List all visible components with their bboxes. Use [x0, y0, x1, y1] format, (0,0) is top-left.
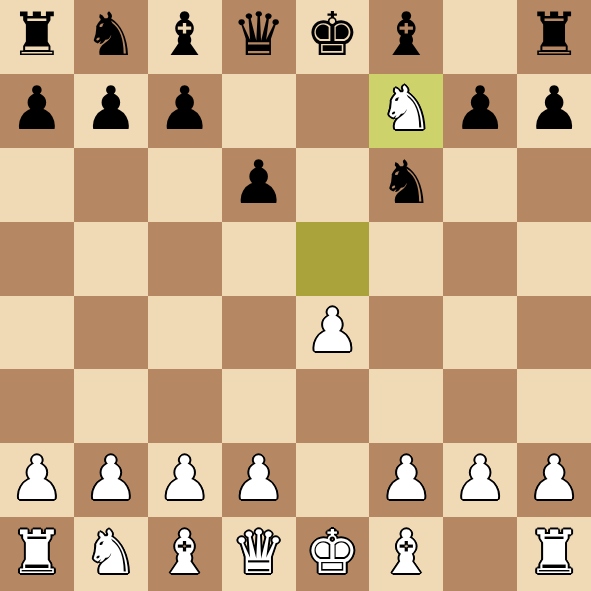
square-g8[interactable]	[443, 0, 517, 74]
square-a5[interactable]	[0, 222, 74, 296]
square-a3[interactable]	[0, 369, 74, 443]
square-h7[interactable]: ♟	[517, 74, 591, 148]
piece-white-pawn[interactable]: ♟	[527, 443, 581, 514]
square-f1[interactable]: ♝	[369, 517, 443, 591]
square-b2[interactable]: ♟	[74, 443, 148, 517]
piece-white-pawn[interactable]: ♟	[453, 443, 507, 514]
square-f8[interactable]: ♝	[369, 0, 443, 74]
square-c8[interactable]: ♝	[148, 0, 222, 74]
square-b5[interactable]	[74, 222, 148, 296]
square-h5[interactable]	[517, 222, 591, 296]
piece-black-bishop[interactable]: ♝	[158, 0, 212, 71]
square-b4[interactable]	[74, 296, 148, 370]
square-e5[interactable]	[296, 222, 370, 296]
square-g6[interactable]	[443, 148, 517, 222]
piece-white-pawn[interactable]: ♟	[232, 443, 286, 514]
square-h2[interactable]: ♟	[517, 443, 591, 517]
square-b3[interactable]	[74, 369, 148, 443]
square-b1[interactable]: ♞	[74, 517, 148, 591]
square-g3[interactable]	[443, 369, 517, 443]
square-d3[interactable]	[222, 369, 296, 443]
piece-white-pawn[interactable]: ♟	[379, 443, 433, 514]
square-c2[interactable]: ♟	[148, 443, 222, 517]
piece-white-pawn[interactable]: ♟	[10, 443, 64, 514]
square-a1[interactable]: ♜	[0, 517, 74, 591]
square-d2[interactable]: ♟	[222, 443, 296, 517]
piece-white-rook[interactable]: ♜	[10, 517, 64, 588]
square-d8[interactable]: ♛	[222, 0, 296, 74]
square-e7[interactable]	[296, 74, 370, 148]
square-g5[interactable]	[443, 222, 517, 296]
piece-black-knight[interactable]: ♞	[379, 148, 433, 219]
square-a2[interactable]: ♟	[0, 443, 74, 517]
piece-black-pawn[interactable]: ♟	[232, 148, 286, 219]
square-e2[interactable]	[296, 443, 370, 517]
piece-white-pawn[interactable]: ♟	[158, 443, 212, 514]
piece-black-queen[interactable]: ♛	[232, 0, 286, 71]
square-e8[interactable]: ♚	[296, 0, 370, 74]
square-d7[interactable]	[222, 74, 296, 148]
piece-black-rook[interactable]: ♜	[527, 0, 581, 71]
piece-white-bishop[interactable]: ♝	[158, 517, 212, 588]
square-f5[interactable]	[369, 222, 443, 296]
square-c4[interactable]	[148, 296, 222, 370]
square-e6[interactable]	[296, 148, 370, 222]
square-a8[interactable]: ♜	[0, 0, 74, 74]
square-f2[interactable]: ♟	[369, 443, 443, 517]
square-b7[interactable]: ♟	[74, 74, 148, 148]
square-d5[interactable]	[222, 222, 296, 296]
square-h3[interactable]	[517, 369, 591, 443]
piece-white-knight[interactable]: ♞	[84, 517, 138, 588]
square-d4[interactable]	[222, 296, 296, 370]
piece-black-pawn[interactable]: ♟	[84, 74, 138, 145]
square-g7[interactable]: ♟	[443, 74, 517, 148]
square-h1[interactable]: ♜	[517, 517, 591, 591]
piece-white-pawn[interactable]: ♟	[306, 296, 360, 367]
piece-black-bishop[interactable]: ♝	[379, 0, 433, 71]
square-a7[interactable]: ♟	[0, 74, 74, 148]
piece-black-pawn[interactable]: ♟	[158, 74, 212, 145]
piece-white-king[interactable]: ♚	[306, 517, 360, 588]
square-f6[interactable]: ♞	[369, 148, 443, 222]
square-h4[interactable]	[517, 296, 591, 370]
square-c5[interactable]	[148, 222, 222, 296]
piece-white-pawn[interactable]: ♟	[84, 443, 138, 514]
piece-white-rook[interactable]: ♜	[527, 517, 581, 588]
square-h6[interactable]	[517, 148, 591, 222]
square-g2[interactable]: ♟	[443, 443, 517, 517]
square-b6[interactable]	[74, 148, 148, 222]
square-f4[interactable]	[369, 296, 443, 370]
piece-white-queen[interactable]: ♛	[232, 517, 286, 588]
square-d6[interactable]: ♟	[222, 148, 296, 222]
square-a6[interactable]	[0, 148, 74, 222]
square-f7[interactable]: ♞	[369, 74, 443, 148]
square-c6[interactable]	[148, 148, 222, 222]
square-e3[interactable]	[296, 369, 370, 443]
piece-black-knight[interactable]: ♞	[84, 0, 138, 71]
square-h8[interactable]: ♜	[517, 0, 591, 74]
square-b8[interactable]: ♞	[74, 0, 148, 74]
piece-black-pawn[interactable]: ♟	[453, 74, 507, 145]
chess-board: ♜♞♝♛♚♝♜♟♟♟♞♟♟♟♞♟♟♟♟♟♟♟♟♜♞♝♛♚♝♜	[0, 0, 591, 591]
square-a4[interactable]	[0, 296, 74, 370]
square-c3[interactable]	[148, 369, 222, 443]
piece-white-bishop[interactable]: ♝	[379, 517, 433, 588]
square-e4[interactable]: ♟	[296, 296, 370, 370]
square-e1[interactable]: ♚	[296, 517, 370, 591]
square-d1[interactable]: ♛	[222, 517, 296, 591]
piece-black-king[interactable]: ♚	[306, 0, 360, 71]
square-f3[interactable]	[369, 369, 443, 443]
piece-black-pawn[interactable]: ♟	[527, 74, 581, 145]
piece-black-rook[interactable]: ♜	[10, 0, 64, 71]
piece-black-pawn[interactable]: ♟	[10, 74, 64, 145]
square-c7[interactable]: ♟	[148, 74, 222, 148]
piece-white-knight[interactable]: ♞	[379, 74, 433, 145]
square-c1[interactable]: ♝	[148, 517, 222, 591]
square-g1[interactable]	[443, 517, 517, 591]
square-g4[interactable]	[443, 296, 517, 370]
